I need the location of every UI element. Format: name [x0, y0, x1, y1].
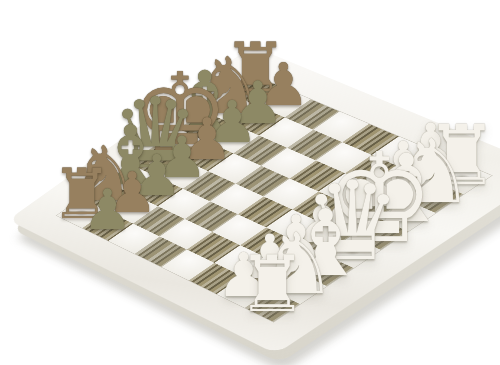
chess-set-photo: ♜♞♝♛♚♝♞♜♟♟♟♟♟♟♟♟♟♟♟♟♟♟♟♟♜♞♝♛♚♝♞♜	[0, 0, 500, 365]
chess-board	[8, 46, 500, 354]
